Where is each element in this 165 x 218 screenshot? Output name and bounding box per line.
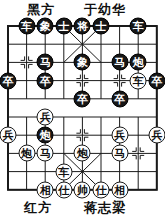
- piece-black-elephant[interactable]: 象: [37, 18, 54, 35]
- piece-red-cannon[interactable]: 炮: [74, 145, 91, 162]
- piece-black-soldier[interactable]: 卒: [148, 72, 165, 89]
- piece-red-elephant[interactable]: 相: [37, 181, 54, 198]
- piece-red-advisor[interactable]: 仕: [93, 181, 110, 198]
- piece-red-cannon[interactable]: 炮: [18, 145, 35, 162]
- piece-red-soldier[interactable]: 兵: [111, 127, 128, 144]
- piece-black-general[interactable]: 将: [74, 18, 91, 35]
- piece-black-advisor[interactable]: 士: [55, 18, 72, 35]
- piece-black-advisor[interactable]: 士: [93, 18, 110, 35]
- piece-red-advisor[interactable]: 仕: [55, 181, 72, 198]
- piece-red-chariot[interactable]: 车: [130, 72, 147, 89]
- piece-black-soldier[interactable]: 卒: [74, 90, 91, 107]
- piece-red-general[interactable]: 帅: [74, 181, 91, 198]
- piece-red-soldier[interactable]: 兵: [0, 127, 17, 144]
- piece-red-chariot[interactable]: 车: [55, 163, 72, 180]
- piece-black-horse[interactable]: 马: [111, 54, 128, 71]
- piece-red-soldier[interactable]: 兵: [148, 127, 165, 144]
- pieces-layer: 车象士将士车马象马炮卒卒车卒卒卒兵兵炮兵兵炮马炮马车相仕帅仕相: [0, 17, 165, 197]
- red-player-name: 蒋志梁: [84, 199, 126, 217]
- xiangqi-board[interactable]: 车象士将士车马象马炮卒卒车卒卒卒兵兵炮兵兵炮马炮马车相仕帅仕相: [0, 17, 165, 197]
- piece-red-horse[interactable]: 马: [111, 145, 128, 162]
- piece-black-chariot[interactable]: 车: [130, 18, 147, 35]
- piece-black-cannon[interactable]: 炮: [37, 127, 54, 144]
- piece-black-cannon[interactable]: 炮: [130, 54, 147, 71]
- piece-red-soldier[interactable]: 兵: [37, 109, 54, 126]
- piece-black-horse[interactable]: 马: [37, 54, 54, 71]
- piece-black-soldier[interactable]: 卒: [37, 72, 54, 89]
- piece-black-soldier[interactable]: 卒: [111, 90, 128, 107]
- piece-black-chariot[interactable]: 车: [18, 18, 35, 35]
- piece-black-soldier[interactable]: 卒: [0, 72, 17, 89]
- piece-red-horse[interactable]: 马: [37, 145, 54, 162]
- piece-red-elephant[interactable]: 相: [111, 181, 128, 198]
- red-side-label: 红方: [24, 199, 52, 217]
- piece-black-elephant[interactable]: 象: [74, 54, 91, 71]
